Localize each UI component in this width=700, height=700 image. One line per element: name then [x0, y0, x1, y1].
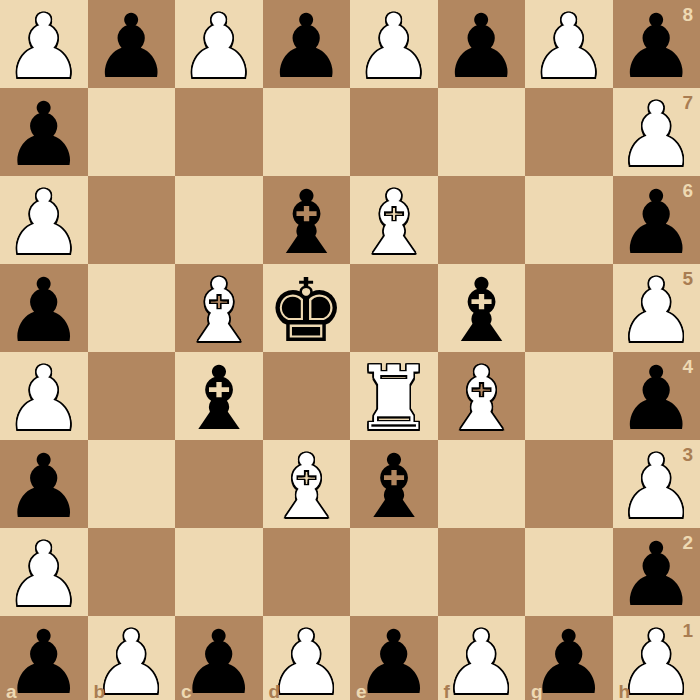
- square-h4[interactable]: ♟4: [613, 352, 700, 440]
- square-h8[interactable]: ♟8: [613, 0, 700, 88]
- square-b4[interactable]: [88, 352, 176, 440]
- piece-black-king[interactable]: ♚: [267, 267, 346, 355]
- piece-white-pawn[interactable]: ♟: [529, 3, 608, 91]
- square-c2[interactable]: [175, 528, 263, 616]
- rank-label-2: 2: [682, 533, 693, 552]
- square-g8[interactable]: ♟: [525, 0, 613, 88]
- rank-label-6: 6: [682, 181, 693, 200]
- piece-black-pawn[interactable]: ♟: [92, 3, 171, 91]
- file-label-b: b: [94, 682, 106, 700]
- square-c3[interactable]: [175, 440, 263, 528]
- square-a4[interactable]: ♟: [0, 352, 88, 440]
- square-e7[interactable]: [350, 88, 438, 176]
- square-d4[interactable]: [263, 352, 351, 440]
- piece-black-bishop[interactable]: ♝: [179, 355, 258, 443]
- square-h6[interactable]: ♟6: [613, 176, 700, 264]
- square-f4[interactable]: ♝: [438, 352, 526, 440]
- piece-white-pawn[interactable]: ♟: [4, 179, 83, 267]
- square-f2[interactable]: [438, 528, 526, 616]
- piece-white-pawn[interactable]: ♟: [354, 3, 433, 91]
- piece-black-pawn[interactable]: ♟: [4, 267, 83, 355]
- square-c7[interactable]: [175, 88, 263, 176]
- rank-label-8: 8: [682, 5, 693, 24]
- square-c5[interactable]: ♝: [175, 264, 263, 352]
- square-d6[interactable]: ♝: [263, 176, 351, 264]
- square-d8[interactable]: ♟: [263, 0, 351, 88]
- piece-white-pawn[interactable]: ♟: [4, 355, 83, 443]
- square-d7[interactable]: [263, 88, 351, 176]
- piece-white-bishop[interactable]: ♝: [179, 267, 258, 355]
- square-b8[interactable]: ♟: [88, 0, 176, 88]
- rank-label-4: 4: [682, 357, 693, 376]
- piece-white-bishop[interactable]: ♝: [354, 179, 433, 267]
- square-g2[interactable]: [525, 528, 613, 616]
- square-h1[interactable]: ♟1h: [613, 616, 700, 700]
- square-b2[interactable]: [88, 528, 176, 616]
- square-e4[interactable]: ♜: [350, 352, 438, 440]
- square-g5[interactable]: [525, 264, 613, 352]
- square-a3[interactable]: ♟: [0, 440, 88, 528]
- square-h2[interactable]: ♟2: [613, 528, 700, 616]
- square-e5[interactable]: [350, 264, 438, 352]
- square-f1[interactable]: ♟f: [438, 616, 526, 700]
- square-g4[interactable]: [525, 352, 613, 440]
- square-a2[interactable]: ♟: [0, 528, 88, 616]
- file-label-h: h: [619, 682, 631, 700]
- file-label-f: f: [444, 682, 450, 700]
- square-e6[interactable]: ♝: [350, 176, 438, 264]
- square-b6[interactable]: [88, 176, 176, 264]
- piece-white-pawn[interactable]: ♟: [4, 3, 83, 91]
- file-label-c: c: [181, 682, 192, 700]
- square-e2[interactable]: [350, 528, 438, 616]
- square-g1[interactable]: ♟g: [525, 616, 613, 700]
- rank-label-5: 5: [682, 269, 693, 288]
- square-a1[interactable]: ♟a: [0, 616, 88, 700]
- square-h3[interactable]: ♟3: [613, 440, 700, 528]
- piece-black-pawn[interactable]: ♟: [267, 3, 346, 91]
- piece-black-bishop[interactable]: ♝: [442, 267, 521, 355]
- square-h7[interactable]: ♟7: [613, 88, 700, 176]
- square-a6[interactable]: ♟: [0, 176, 88, 264]
- piece-black-pawn[interactable]: ♟: [442, 3, 521, 91]
- square-b1[interactable]: ♟b: [88, 616, 176, 700]
- piece-white-pawn[interactable]: ♟: [179, 3, 258, 91]
- square-g6[interactable]: [525, 176, 613, 264]
- square-e3[interactable]: ♝: [350, 440, 438, 528]
- file-label-d: d: [269, 682, 281, 700]
- rank-label-7: 7: [682, 93, 693, 112]
- square-c1[interactable]: ♟c: [175, 616, 263, 700]
- piece-white-bishop[interactable]: ♝: [267, 443, 346, 531]
- square-a8[interactable]: ♟: [0, 0, 88, 88]
- piece-white-pawn[interactable]: ♟: [442, 619, 521, 700]
- square-h5[interactable]: ♟5: [613, 264, 700, 352]
- square-b7[interactable]: [88, 88, 176, 176]
- square-f7[interactable]: [438, 88, 526, 176]
- square-a5[interactable]: ♟: [0, 264, 88, 352]
- square-c8[interactable]: ♟: [175, 0, 263, 88]
- square-f3[interactable]: [438, 440, 526, 528]
- chess-board: ♟♟♟♟♟♟♟♟8♟♟7♟♝♝♟6♟♝♚♝♟5♟♝♜♝♟4♟♝♝♟3♟♟2♟a♟…: [0, 0, 700, 700]
- square-c6[interactable]: [175, 176, 263, 264]
- piece-black-pawn[interactable]: ♟: [4, 443, 83, 531]
- square-b5[interactable]: [88, 264, 176, 352]
- piece-white-rook[interactable]: ♜: [354, 355, 433, 443]
- square-c4[interactable]: ♝: [175, 352, 263, 440]
- square-e1[interactable]: ♟e: [350, 616, 438, 700]
- square-d5[interactable]: ♚: [263, 264, 351, 352]
- square-d1[interactable]: ♟d: [263, 616, 351, 700]
- piece-black-bishop[interactable]: ♝: [354, 443, 433, 531]
- piece-black-pawn[interactable]: ♟: [4, 91, 83, 179]
- square-g7[interactable]: [525, 88, 613, 176]
- square-b3[interactable]: [88, 440, 176, 528]
- square-e8[interactable]: ♟: [350, 0, 438, 88]
- square-d2[interactable]: [263, 528, 351, 616]
- square-f6[interactable]: [438, 176, 526, 264]
- square-d3[interactable]: ♝: [263, 440, 351, 528]
- piece-white-pawn[interactable]: ♟: [4, 531, 83, 619]
- rank-label-3: 3: [682, 445, 693, 464]
- file-label-g: g: [531, 682, 543, 700]
- file-label-e: e: [356, 682, 367, 700]
- square-f5[interactable]: ♝: [438, 264, 526, 352]
- square-a7[interactable]: ♟: [0, 88, 88, 176]
- rank-label-1: 1: [682, 621, 693, 640]
- file-label-a: a: [6, 682, 17, 700]
- piece-black-bishop[interactable]: ♝: [267, 179, 346, 267]
- square-f8[interactable]: ♟: [438, 0, 526, 88]
- piece-white-bishop[interactable]: ♝: [442, 355, 521, 443]
- square-g3[interactable]: [525, 440, 613, 528]
